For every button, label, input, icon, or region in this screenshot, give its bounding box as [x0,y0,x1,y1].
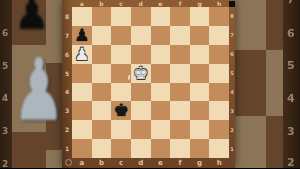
file-label-d: d [131,0,151,7]
background-right-gutter [283,0,300,168]
square-g7[interactable] [190,26,210,45]
rank-label-5: 5 [229,64,235,83]
file-label-f: f [170,0,190,7]
square-g1[interactable] [190,139,210,158]
square-g5[interactable] [190,64,210,83]
board-squares: ♟♟♚♚ [72,7,229,158]
bg-rank-label-6: 6 [2,28,8,38]
square-d5[interactable]: ♚ [131,64,151,83]
background-white-pawn: ♟ [12,46,66,133]
square-a5[interactable] [72,64,92,83]
square-f4[interactable] [170,83,190,102]
bg-rank-label-5: 5 [287,59,295,72]
bg-square [235,116,266,168]
rank-label-1: 1 [62,139,72,158]
bg-square [266,116,283,168]
rank-label-5: 5 [62,64,72,83]
bg-square [266,0,283,50]
square-d4[interactable] [131,83,151,102]
piece-white-king[interactable]: ♚ [133,65,148,82]
bg-rank-label-3: 3 [2,126,8,136]
square-a1[interactable] [72,139,92,158]
square-d6[interactable] [131,45,151,64]
bg-rank-label-6: 6 [287,27,295,40]
file-label-b: b [92,0,112,7]
square-c7[interactable] [111,26,131,45]
square-a8[interactable] [72,7,92,26]
rank-label-6: 6 [229,45,235,64]
bg-rank-label-7: 7 [287,0,295,6]
bg-square [46,150,62,168]
file-label-f: f [170,158,190,168]
square-a4[interactable] [72,83,92,102]
square-g8[interactable] [190,7,210,26]
square-b7[interactable] [92,26,112,45]
square-f3[interactable] [170,101,190,120]
square-e1[interactable] [151,139,171,158]
square-f5[interactable] [170,64,190,83]
square-d3[interactable] [131,101,151,120]
board-logo-icon [65,159,72,166]
rank-label-3: 3 [229,101,235,120]
chess-app-screenshot: ♟ ♟ 65432 765432 abcdefgh abcdefgh 87654… [0,0,300,168]
square-b3[interactable] [92,101,112,120]
square-h3[interactable] [209,101,229,120]
square-h4[interactable] [209,83,229,102]
square-b4[interactable] [92,83,112,102]
file-label-b: b [92,158,112,168]
rank-label-8: 8 [62,7,72,26]
square-e7[interactable] [151,26,171,45]
square-f6[interactable] [170,45,190,64]
square-c3[interactable]: ♚ [111,101,131,120]
square-h2[interactable] [209,120,229,139]
square-c8[interactable] [111,7,131,26]
file-label-a: a [72,158,92,168]
rank-labels-right: 87654321 [229,7,235,158]
square-b2[interactable] [92,120,112,139]
rank-label-6: 6 [62,45,72,64]
piece-white-pawn[interactable]: ♟ [74,46,89,63]
piece-black-pawn[interactable]: ♟ [74,27,89,44]
square-c4[interactable] [111,83,131,102]
square-g2[interactable] [190,120,210,139]
square-e3[interactable] [151,101,171,120]
file-label-d: d [131,158,151,168]
square-h5[interactable] [209,64,229,83]
bg-rank-label-4: 4 [2,93,8,103]
square-d1[interactable] [131,139,151,158]
piece-black-king[interactable]: ♚ [113,102,128,119]
square-a6[interactable]: ♟ [72,45,92,64]
square-f7[interactable] [170,26,190,45]
square-g4[interactable] [190,83,210,102]
black-to-move-indicator [229,1,235,7]
file-labels-bottom: abcdefgh [72,158,229,168]
file-label-g: g [190,0,210,7]
file-label-a: a [72,0,92,7]
square-h8[interactable] [209,7,229,26]
square-b8[interactable] [92,7,112,26]
file-label-c: c [111,0,131,7]
square-e8[interactable] [151,7,171,26]
square-c6[interactable] [111,45,131,64]
square-a3[interactable] [72,101,92,120]
rank-label-2: 2 [62,120,72,139]
square-f2[interactable] [170,120,190,139]
square-h6[interactable] [209,45,229,64]
rank-label-4: 4 [62,83,72,102]
file-label-h: h [209,0,229,7]
bg-rank-label-3: 3 [287,125,295,138]
rank-label-8: 8 [229,7,235,26]
square-a2[interactable] [72,120,92,139]
background-black-pawn: ♟ [14,0,50,36]
chess-board: abcdefgh abcdefgh 87654321 87654321 ♟♟♚♚ [62,0,235,168]
square-d8[interactable] [131,7,151,26]
bg-rank-label-4: 4 [287,92,295,105]
background-left-gutter [0,0,12,168]
file-label-e: e [151,158,171,168]
rank-label-4: 4 [229,83,235,102]
file-labels-top: abcdefgh [72,0,229,7]
square-d7[interactable] [131,26,151,45]
square-f1[interactable] [170,139,190,158]
file-label-e: e [151,0,171,7]
rank-label-7: 7 [229,26,235,45]
square-g3[interactable] [190,101,210,120]
bg-rank-label-5: 5 [2,61,8,71]
square-c2[interactable] [111,120,131,139]
square-f8[interactable] [170,7,190,26]
bg-square [235,50,266,116]
square-a7[interactable]: ♟ [72,26,92,45]
rank-label-7: 7 [62,26,72,45]
bg-square [235,0,266,50]
square-e5[interactable] [151,64,171,83]
rank-label-1: 1 [229,139,235,158]
square-d2[interactable] [131,120,151,139]
rank-label-2: 2 [229,120,235,139]
file-label-c: c [111,158,131,168]
file-label-g: g [190,158,210,168]
rank-label-3: 3 [62,101,72,120]
rank-labels-left: 87654321 [62,7,72,158]
square-h7[interactable] [209,26,229,45]
square-e2[interactable] [151,120,171,139]
file-label-h: h [209,158,229,168]
square-h1[interactable] [209,139,229,158]
bg-square [266,50,283,116]
square-b1[interactable] [92,139,112,158]
square-c1[interactable] [111,139,131,158]
square-e4[interactable] [151,83,171,102]
square-g6[interactable] [190,45,210,64]
bg-rank-label-2: 2 [287,156,295,169]
square-b6[interactable] [92,45,112,64]
square-e6[interactable] [151,45,171,64]
bg-rank-label-2: 2 [2,159,8,168]
square-b5[interactable] [92,64,112,83]
